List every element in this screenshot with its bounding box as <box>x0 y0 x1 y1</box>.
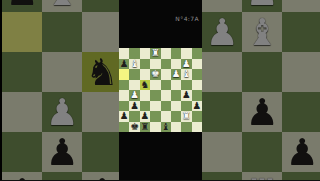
square-e8[interactable] <box>161 48 171 59</box>
square-c3 <box>82 132 122 172</box>
square-b3: ♟ <box>42 132 82 172</box>
square-g3 <box>242 132 282 172</box>
piece-wP-f6[interactable]: ♟ <box>172 69 181 79</box>
piece-bP-g4: ♟ <box>245 94 278 131</box>
square-h5 <box>282 52 320 92</box>
piece-bN-c5[interactable]: ♞ <box>141 80 150 90</box>
square-d8[interactable]: ♜ <box>150 48 160 59</box>
square-e7[interactable] <box>161 59 171 70</box>
bottom-letterbox <box>119 132 202 180</box>
piece-bP-c2[interactable]: ♟ <box>141 111 150 121</box>
square-d3[interactable] <box>150 101 160 112</box>
square-c4[interactable] <box>140 90 150 101</box>
piece-bP-c2: ♟ <box>85 174 118 181</box>
square-c6 <box>82 12 122 52</box>
square-b7[interactable]: ♝ <box>129 59 139 70</box>
square-c2[interactable]: ♟ <box>140 111 150 122</box>
piece-bP-a7[interactable]: ♟ <box>120 59 129 69</box>
piece-wP-g7: ♟ <box>245 0 278 11</box>
square-g6: ♝ <box>242 12 282 52</box>
square-g4[interactable]: ♟ <box>181 90 191 101</box>
top-letterbox: N°4:7A <box>119 0 202 48</box>
piece-bR-c1[interactable]: ♜ <box>141 122 150 132</box>
square-c5[interactable]: ♞ <box>140 80 150 91</box>
square-e1[interactable]: ♝ <box>161 122 171 133</box>
watermark-text: N°4:7A <box>175 15 199 22</box>
video-strip: N°4:7A ♜♟♝♟♚♟♝♞♟♟♟♟♟♟♜♚♜♝ <box>119 0 202 180</box>
square-c7 <box>82 0 122 12</box>
chess-board: ♜♟♝♟♚♟♝♞♟♟♟♟♟♟♜♚♜♝ <box>119 48 202 132</box>
square-b4[interactable]: ♟ <box>129 90 139 101</box>
square-d6[interactable]: ♚ <box>150 69 160 80</box>
square-a2[interactable]: ♟ <box>119 111 129 122</box>
square-f4 <box>202 92 242 132</box>
square-e5[interactable] <box>161 80 171 91</box>
piece-bP-g4[interactable]: ♟ <box>182 90 191 100</box>
square-b6 <box>42 12 82 52</box>
piece-wB-g6[interactable]: ♝ <box>182 69 191 79</box>
square-a3 <box>2 132 42 172</box>
square-g1[interactable] <box>181 122 191 133</box>
square-e3[interactable] <box>161 101 171 112</box>
piece-wP-g7[interactable]: ♟ <box>182 59 191 69</box>
square-h6[interactable] <box>192 69 202 80</box>
square-a6 <box>2 12 42 52</box>
square-c8[interactable] <box>140 48 150 59</box>
square-g7[interactable]: ♟ <box>181 59 191 70</box>
square-g8[interactable] <box>181 48 191 59</box>
square-g2[interactable]: ♜ <box>181 111 191 122</box>
square-f5[interactable] <box>171 80 181 91</box>
square-a7: ♟ <box>2 0 42 12</box>
square-e2[interactable] <box>161 111 171 122</box>
square-g5 <box>242 52 282 92</box>
piece-wR-d8[interactable]: ♜ <box>151 48 160 58</box>
square-e4[interactable] <box>161 90 171 101</box>
square-f3 <box>202 132 242 172</box>
square-h3[interactable]: ♟ <box>192 101 202 112</box>
piece-wB-b7[interactable]: ♝ <box>130 59 139 69</box>
piece-bP-h3: ♟ <box>285 134 318 171</box>
square-a4[interactable] <box>119 90 129 101</box>
square-a5[interactable] <box>119 80 129 91</box>
square-h4[interactable] <box>192 90 202 101</box>
piece-bN-c5: ♞ <box>85 54 118 91</box>
square-c4 <box>82 92 122 132</box>
square-h1[interactable] <box>192 122 202 133</box>
square-c7[interactable] <box>140 59 150 70</box>
piece-bP-b3: ♟ <box>45 134 78 171</box>
square-d4[interactable] <box>150 90 160 101</box>
square-d7[interactable] <box>150 59 160 70</box>
square-f1[interactable] <box>171 122 181 133</box>
square-b4: ♟ <box>42 92 82 132</box>
square-d2[interactable] <box>150 111 160 122</box>
square-b5[interactable] <box>129 80 139 91</box>
square-b2[interactable] <box>129 111 139 122</box>
piece-bP-b3[interactable]: ♟ <box>130 101 139 111</box>
square-h4 <box>282 92 320 132</box>
piece-bP-a7: ♟ <box>5 0 38 11</box>
piece-bP-h3[interactable]: ♟ <box>192 101 201 111</box>
square-h2 <box>282 172 320 180</box>
square-f7[interactable] <box>171 59 181 70</box>
piece-wP-b4: ♟ <box>45 94 78 131</box>
square-a5 <box>2 52 42 92</box>
square-f7 <box>202 0 242 12</box>
square-h7[interactable] <box>192 59 202 70</box>
square-b6[interactable] <box>129 69 139 80</box>
square-h5[interactable] <box>192 80 202 91</box>
square-a7[interactable]: ♟ <box>119 59 129 70</box>
piece-bK-b1[interactable]: ♚ <box>130 122 139 132</box>
square-g5[interactable] <box>181 80 191 91</box>
piece-wR-g2[interactable]: ♜ <box>182 111 191 121</box>
square-a2: ♟ <box>2 172 42 180</box>
square-a3[interactable] <box>119 101 129 112</box>
square-h8[interactable] <box>192 48 202 59</box>
piece-bB-e1[interactable]: ♝ <box>161 122 170 132</box>
piece-wR-g2: ♜ <box>245 174 278 181</box>
square-b3[interactable]: ♟ <box>129 101 139 112</box>
piece-wK-d6[interactable]: ♚ <box>151 69 160 79</box>
square-f2[interactable] <box>171 111 181 122</box>
square-a8[interactable] <box>119 48 129 59</box>
square-e6[interactable] <box>161 69 171 80</box>
thumbnail-canvas: ♜♟♝♟♚♟♝♞♟♟♟♟♟♟♜♚♜♝ N°4:7A ♜♟♝♟♚♟♝♞♟♟♟♟♟♟… <box>0 0 320 180</box>
square-f6[interactable]: ♟ <box>171 69 181 80</box>
square-c3[interactable] <box>140 101 150 112</box>
piece-bP-a2: ♟ <box>5 174 38 181</box>
square-f8[interactable] <box>171 48 181 59</box>
piece-wP-f6: ♟ <box>205 14 238 51</box>
square-b1[interactable]: ♚ <box>129 122 139 133</box>
square-g3[interactable] <box>181 101 191 112</box>
square-f6: ♟ <box>202 12 242 52</box>
square-a4 <box>2 92 42 132</box>
square-b8[interactable] <box>129 48 139 59</box>
square-g2: ♜ <box>242 172 282 180</box>
square-b7: ♝ <box>42 0 82 12</box>
piece-wB-b7: ♝ <box>45 0 78 11</box>
square-d5[interactable] <box>150 80 160 91</box>
square-b2 <box>42 172 82 180</box>
square-c2: ♟ <box>82 172 122 180</box>
square-c6[interactable] <box>140 69 150 80</box>
square-h7 <box>282 0 320 12</box>
square-d1[interactable] <box>150 122 160 133</box>
piece-wP-b4[interactable]: ♟ <box>130 90 139 100</box>
square-h2[interactable] <box>192 111 202 122</box>
square-b5 <box>42 52 82 92</box>
square-c1[interactable]: ♜ <box>140 122 150 133</box>
square-a6[interactable] <box>119 69 129 80</box>
square-h3: ♟ <box>282 132 320 172</box>
square-g6[interactable]: ♝ <box>181 69 191 80</box>
square-a1[interactable] <box>119 122 129 133</box>
piece-wB-g6: ♝ <box>245 14 278 51</box>
square-g7: ♟ <box>242 0 282 12</box>
square-f5 <box>202 52 242 92</box>
square-g4: ♟ <box>242 92 282 132</box>
square-h6 <box>282 12 320 52</box>
piece-bP-a2[interactable]: ♟ <box>120 111 129 121</box>
square-f4[interactable] <box>171 90 181 101</box>
square-c5: ♞ <box>82 52 122 92</box>
square-f2 <box>202 172 242 180</box>
square-f3[interactable] <box>171 101 181 112</box>
